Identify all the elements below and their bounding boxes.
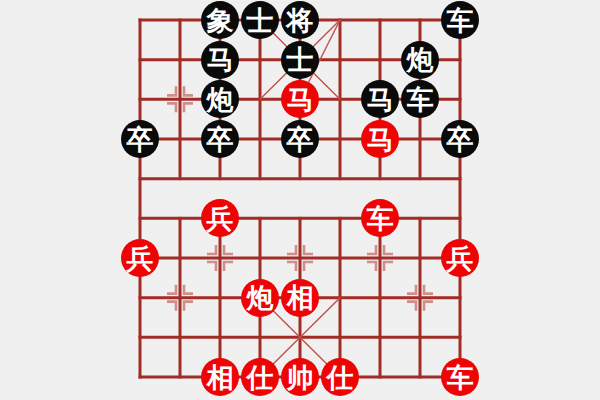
piece-red-chariot[interactable]: 车 [441,358,479,396]
piece-red-horse[interactable]: 马 [361,120,399,158]
piece-black-horse[interactable]: 马 [361,80,399,118]
pieces-layer: 象士将车马士炮炮马马车卒卒卒马卒兵车兵兵炮相相仕帅仕车 [0,0,600,400]
xiangqi-app: 象士将车马士炮炮马马车卒卒卒马卒兵车兵兵炮相相仕帅仕车 [0,0,600,400]
piece-black-horse[interactable]: 马 [201,41,239,79]
piece-black-pawn[interactable]: 卒 [441,120,479,158]
piece-black-advisor[interactable]: 士 [241,1,279,39]
piece-red-chariot[interactable]: 车 [361,199,399,237]
piece-black-general[interactable]: 将 [281,1,319,39]
xiangqi-board: 象士将车马士炮炮马马车卒卒卒马卒兵车兵兵炮相相仕帅仕车 [0,0,600,400]
piece-black-advisor[interactable]: 士 [281,41,319,79]
piece-black-cannon[interactable]: 炮 [401,41,439,79]
piece-red-general[interactable]: 帅 [281,358,319,396]
piece-red-elephant[interactable]: 相 [201,358,239,396]
piece-red-elephant[interactable]: 相 [281,279,319,317]
piece-red-horse[interactable]: 马 [281,80,319,118]
piece-black-cannon[interactable]: 炮 [201,80,239,118]
piece-black-pawn[interactable]: 卒 [201,120,239,158]
piece-red-pawn[interactable]: 兵 [441,239,479,277]
piece-black-chariot[interactable]: 车 [401,80,439,118]
piece-black-elephant[interactable]: 象 [201,1,239,39]
piece-red-pawn[interactable]: 兵 [121,239,159,277]
piece-red-pawn[interactable]: 兵 [201,199,239,237]
piece-black-pawn[interactable]: 卒 [281,120,319,158]
piece-black-chariot[interactable]: 车 [441,1,479,39]
piece-red-advisor[interactable]: 仕 [241,358,279,396]
piece-black-pawn[interactable]: 卒 [121,120,159,158]
piece-red-cannon[interactable]: 炮 [241,279,279,317]
piece-red-advisor[interactable]: 仕 [321,358,359,396]
